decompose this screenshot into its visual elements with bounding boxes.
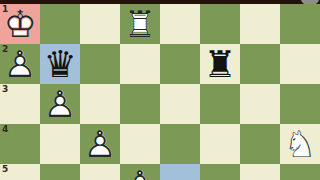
rank-label-1: 1 xyxy=(2,4,8,15)
square-a3[interactable] xyxy=(280,84,320,124)
rank-label-2: 2 xyxy=(2,44,8,55)
square-e2[interactable] xyxy=(120,44,160,84)
square-h4[interactable]: 4 xyxy=(0,124,40,164)
black-queen: ♛ xyxy=(40,44,80,84)
square-d5[interactable] xyxy=(160,164,200,180)
square-b3[interactable] xyxy=(240,84,280,124)
square-b2[interactable] xyxy=(240,44,280,84)
rank-label-3: 3 xyxy=(2,84,8,95)
square-f3[interactable] xyxy=(80,84,120,124)
avatar-partial-circle xyxy=(300,0,320,4)
square-f5[interactable] xyxy=(80,164,120,180)
white-rook-outline: ♖ xyxy=(120,4,160,44)
square-g3[interactable]: ♟♙ xyxy=(40,84,80,124)
white-pawn-outline: ♙ xyxy=(120,164,160,180)
square-b4[interactable] xyxy=(240,124,280,164)
square-a2[interactable] xyxy=(280,44,320,84)
square-c4[interactable] xyxy=(200,124,240,164)
square-d3[interactable] xyxy=(160,84,200,124)
white-pawn: ♟ xyxy=(80,124,120,164)
white-rook: ♜ xyxy=(120,4,160,44)
rank-label-5: 5 xyxy=(2,164,8,175)
square-g1[interactable] xyxy=(40,4,80,44)
chess-board[interactable]: 1♚♔♜♖2♟♙♛♜3♟♙4♟♙♞♘5♟♙ xyxy=(0,4,320,180)
square-g5[interactable] xyxy=(40,164,80,180)
square-b1[interactable] xyxy=(240,4,280,44)
square-b5[interactable] xyxy=(240,164,280,180)
square-a4[interactable]: ♞♘ xyxy=(280,124,320,164)
square-d4[interactable] xyxy=(160,124,200,164)
white-pawn: ♟ xyxy=(120,164,160,180)
square-h1[interactable]: 1♚♔ xyxy=(0,4,40,44)
square-d2[interactable] xyxy=(160,44,200,84)
square-h3[interactable]: 3 xyxy=(0,84,40,124)
white-knight-outline: ♘ xyxy=(280,124,320,164)
square-c5[interactable] xyxy=(200,164,240,180)
square-c2[interactable]: ♜ xyxy=(200,44,240,84)
square-a1[interactable] xyxy=(280,4,320,44)
black-rook: ♜ xyxy=(200,44,240,84)
square-e4[interactable] xyxy=(120,124,160,164)
square-g4[interactable] xyxy=(40,124,80,164)
square-c1[interactable] xyxy=(200,4,240,44)
white-pawn-outline: ♙ xyxy=(40,84,80,124)
square-e3[interactable] xyxy=(120,84,160,124)
square-g2[interactable]: ♛ xyxy=(40,44,80,84)
square-a5[interactable] xyxy=(280,164,320,180)
square-e1[interactable]: ♜♖ xyxy=(120,4,160,44)
square-f4[interactable]: ♟♙ xyxy=(80,124,120,164)
white-knight: ♞ xyxy=(280,124,320,164)
square-c3[interactable] xyxy=(200,84,240,124)
square-f2[interactable] xyxy=(80,44,120,84)
square-h5[interactable]: 5 xyxy=(0,164,40,180)
top-bar xyxy=(0,0,320,4)
square-h2[interactable]: 2♟♙ xyxy=(0,44,40,84)
square-f1[interactable] xyxy=(80,4,120,44)
square-e5[interactable]: ♟♙ xyxy=(120,164,160,180)
white-pawn: ♟ xyxy=(40,84,80,124)
white-pawn-outline: ♙ xyxy=(80,124,120,164)
square-d1[interactable] xyxy=(160,4,200,44)
rank-label-4: 4 xyxy=(2,124,8,135)
